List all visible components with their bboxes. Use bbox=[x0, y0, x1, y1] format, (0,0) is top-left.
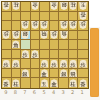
piece-kanji: 桂 bbox=[70, 3, 75, 9]
piece-kanji: 歩 bbox=[32, 22, 37, 28]
board-square[interactable]: 歩 bbox=[31, 21, 41, 31]
board-square[interactable] bbox=[2, 12, 12, 22]
piece-kanji: 玉 bbox=[42, 81, 47, 87]
shogi-piece-歩-bottom[interactable]: 歩 bbox=[2, 60, 10, 68]
piece-kanji: 歩 bbox=[70, 61, 75, 67]
board-square[interactable]: 飛 bbox=[69, 69, 79, 79]
board-square[interactable] bbox=[21, 40, 31, 50]
piece-kanji: 飛 bbox=[42, 31, 47, 37]
shogi-piece-歩-bottom[interactable]: 歩 bbox=[79, 60, 87, 68]
shogi-piece-金-top[interactable]: 金 bbox=[31, 2, 39, 10]
piece-kanji: 歩 bbox=[81, 61, 86, 67]
shogi-piece-香-bottom[interactable]: 香 bbox=[79, 79, 87, 87]
board-square[interactable] bbox=[31, 40, 41, 50]
board-square[interactable]: 飛 bbox=[40, 31, 50, 41]
shogi-app: 香桂金金銀桂玉香歩歩歩歩歩歩歩歩銀飛歩角角歩歩歩歩歩歩歩歩歩銀金銀飛香桂玉金桂香… bbox=[0, 0, 100, 100]
shogi-piece-飛-bottom[interactable]: 飛 bbox=[69, 69, 77, 77]
shogi-piece-香-bottom[interactable]: 香 bbox=[2, 79, 10, 87]
piece-kanji: 香 bbox=[81, 81, 86, 87]
board-square[interactable]: 金 bbox=[40, 69, 50, 79]
board-square[interactable] bbox=[40, 2, 50, 12]
board-square[interactable]: 香 bbox=[78, 12, 88, 22]
board-square[interactable]: 歩 bbox=[2, 59, 12, 69]
piece-kanji: 歩 bbox=[51, 61, 56, 67]
board-square[interactable] bbox=[12, 69, 22, 79]
board-square[interactable]: 金 bbox=[31, 2, 41, 12]
board-square[interactable]: 歩 bbox=[50, 59, 60, 69]
piece-kanji: 角 bbox=[13, 42, 18, 48]
board-square[interactable] bbox=[50, 12, 60, 22]
board-square[interactable]: 金 bbox=[50, 2, 60, 12]
piece-kanji: 歩 bbox=[32, 51, 37, 57]
board-square[interactable]: 角 bbox=[59, 31, 69, 41]
board-square[interactable]: 桂 bbox=[69, 78, 79, 88]
board-square[interactable] bbox=[78, 50, 88, 60]
board-square[interactable]: 香 bbox=[2, 2, 12, 12]
file-label: 8 bbox=[11, 89, 21, 95]
board-square[interactable]: 銀 bbox=[21, 69, 31, 79]
board-square[interactable]: 歩 bbox=[69, 59, 79, 69]
board-square[interactable]: 桂 bbox=[12, 2, 22, 12]
board-square[interactable]: 銀 bbox=[59, 69, 69, 79]
piece-kanji: 玉 bbox=[81, 3, 86, 9]
shogi-piece-玉-top[interactable]: 玉 bbox=[79, 2, 87, 10]
piece-kanji: 金 bbox=[51, 81, 56, 87]
board-square[interactable] bbox=[40, 40, 50, 50]
board-square[interactable]: 玉 bbox=[40, 78, 50, 88]
piece-kanji: 香 bbox=[4, 3, 9, 9]
board-square[interactable] bbox=[21, 78, 31, 88]
board-square[interactable] bbox=[59, 50, 69, 60]
shogi-piece-金-top[interactable]: 金 bbox=[50, 2, 58, 10]
board-square[interactable]: 玉 bbox=[78, 2, 88, 12]
board-square[interactable] bbox=[31, 78, 41, 88]
shogi-piece-歩-bottom[interactable]: 歩 bbox=[69, 60, 77, 68]
file-label: 4 bbox=[49, 89, 59, 95]
shogi-piece-歩-top[interactable]: 歩 bbox=[40, 21, 48, 29]
shogi-piece-歩-bottom[interactable]: 歩 bbox=[21, 50, 29, 58]
file-label: 5 bbox=[39, 89, 49, 95]
board-square[interactable]: 金 bbox=[50, 78, 60, 88]
board-square[interactable]: 歩 bbox=[21, 50, 31, 60]
board-square[interactable]: 銀 bbox=[59, 2, 69, 12]
shogi-piece-金-bottom[interactable]: 金 bbox=[50, 79, 58, 87]
board-square[interactable]: 歩 bbox=[21, 21, 31, 31]
piece-kanji: 歩 bbox=[51, 31, 56, 37]
shogi-piece-歩-bottom[interactable]: 歩 bbox=[50, 60, 58, 68]
piece-kanji: 香 bbox=[81, 12, 86, 18]
board-square[interactable] bbox=[2, 50, 12, 60]
shogi-piece-歩-bottom[interactable]: 歩 bbox=[40, 60, 48, 68]
piece-kanji: 桂 bbox=[13, 3, 18, 9]
board-square[interactable]: 歩 bbox=[12, 31, 22, 41]
shogi-piece-銀-bottom[interactable]: 銀 bbox=[21, 69, 29, 77]
shogi-piece-歩-top[interactable]: 歩 bbox=[50, 31, 58, 39]
piece-kanji: 歩 bbox=[23, 51, 28, 57]
board-square[interactable]: 歩 bbox=[31, 50, 41, 60]
board-square[interactable] bbox=[50, 69, 60, 79]
board-square[interactable] bbox=[2, 40, 12, 50]
shogi-piece-桂-bottom[interactable]: 桂 bbox=[69, 79, 77, 87]
board-square[interactable] bbox=[12, 21, 22, 31]
shogi-piece-歩-top[interactable]: 歩 bbox=[60, 21, 68, 29]
board-square[interactable]: 香 bbox=[78, 78, 88, 88]
piece-kanji: 銀 bbox=[61, 71, 66, 77]
shogi-piece-桂-bottom[interactable]: 桂 bbox=[12, 79, 20, 87]
shogi-board[interactable]: 香桂金金銀桂玉香歩歩歩歩歩歩歩歩銀飛歩角角歩歩歩歩歩歩歩歩歩銀金銀飛香桂玉金桂香 bbox=[1, 1, 89, 89]
board-square[interactable] bbox=[78, 31, 88, 41]
piece-kanji: 金 bbox=[51, 3, 56, 9]
piece-kanji: 桂 bbox=[13, 81, 18, 87]
shogi-piece-歩-top[interactable]: 歩 bbox=[21, 21, 29, 29]
piece-kanji: 歩 bbox=[42, 61, 47, 67]
board-square[interactable]: 歩 bbox=[40, 59, 50, 69]
piece-kanji: 金 bbox=[32, 3, 37, 9]
shogi-piece-歩-top[interactable]: 歩 bbox=[2, 31, 10, 39]
shogi-piece-玉-bottom[interactable]: 玉 bbox=[40, 79, 48, 87]
board-square[interactable] bbox=[69, 40, 79, 50]
shogi-piece-金-bottom[interactable]: 金 bbox=[40, 69, 48, 77]
shogi-piece-香-top[interactable]: 香 bbox=[2, 2, 10, 10]
board-square[interactable] bbox=[69, 31, 79, 41]
board-square[interactable] bbox=[78, 40, 88, 50]
shogi-piece-飛-top[interactable]: 飛 bbox=[40, 31, 48, 39]
shogi-piece-桂-top[interactable]: 桂 bbox=[69, 2, 77, 10]
shogi-piece-歩-bottom[interactable]: 歩 bbox=[12, 60, 20, 68]
board-square[interactable] bbox=[31, 59, 41, 69]
file-label: 6 bbox=[30, 89, 40, 95]
piece-kanji: 飛 bbox=[70, 71, 75, 77]
board-square[interactable]: 歩 bbox=[2, 31, 12, 41]
board-square[interactable] bbox=[21, 2, 31, 12]
board-square[interactable] bbox=[50, 50, 60, 60]
shogi-piece-角-bottom[interactable]: 角 bbox=[12, 40, 20, 48]
board-square[interactable] bbox=[31, 69, 41, 79]
board-square[interactable] bbox=[50, 21, 60, 31]
shogi-piece-桂-top[interactable]: 桂 bbox=[12, 2, 20, 10]
board-square[interactable] bbox=[31, 31, 41, 41]
board-square[interactable] bbox=[12, 12, 22, 22]
board-square[interactable]: 角 bbox=[12, 40, 22, 50]
board-square[interactable]: 歩 bbox=[78, 21, 88, 31]
board-square[interactable]: 歩 bbox=[59, 59, 69, 69]
board-square[interactable]: 桂 bbox=[12, 78, 22, 88]
shogi-piece-銀-bottom[interactable]: 銀 bbox=[60, 69, 68, 77]
shogi-piece-銀-top[interactable]: 銀 bbox=[21, 31, 29, 39]
piece-kanji: 香 bbox=[4, 81, 9, 87]
board-square[interactable]: 香 bbox=[2, 78, 12, 88]
board-square[interactable] bbox=[59, 78, 69, 88]
shogi-piece-歩-top[interactable]: 歩 bbox=[79, 21, 87, 29]
board-square[interactable]: 歩 bbox=[69, 21, 79, 31]
board-square[interactable] bbox=[50, 40, 60, 50]
board-square[interactable]: 銀 bbox=[21, 31, 31, 41]
file-label: 3 bbox=[58, 89, 68, 95]
board-square[interactable] bbox=[31, 12, 41, 22]
board-square[interactable] bbox=[40, 12, 50, 22]
shogi-piece-角-top[interactable]: 角 bbox=[60, 31, 68, 39]
piece-kanji: 銀 bbox=[23, 31, 28, 37]
board-square[interactable]: 歩 bbox=[59, 21, 69, 31]
board-square[interactable]: 歩 bbox=[50, 31, 60, 41]
board-square[interactable] bbox=[21, 59, 31, 69]
file-label: 9 bbox=[1, 89, 11, 95]
piece-kanji: 歩 bbox=[13, 61, 18, 67]
shogi-piece-歩-top[interactable]: 歩 bbox=[69, 21, 77, 29]
shogi-piece-歩-top[interactable]: 歩 bbox=[31, 21, 39, 29]
shogi-piece-歩-bottom[interactable]: 歩 bbox=[60, 60, 68, 68]
piece-kanji: 歩 bbox=[13, 31, 18, 37]
file-labels: 987654321 bbox=[1, 89, 87, 95]
board-square[interactable] bbox=[2, 21, 12, 31]
piece-kanji: 歩 bbox=[61, 61, 66, 67]
piece-kanji: 角 bbox=[61, 31, 66, 37]
board-square[interactable] bbox=[21, 12, 31, 22]
piece-kanji: 銀 bbox=[23, 71, 28, 77]
file-label: 2 bbox=[68, 89, 78, 95]
piece-kanji: 銀 bbox=[61, 3, 66, 9]
piece-kanji: 金 bbox=[42, 71, 47, 77]
piece-kanji: 歩 bbox=[23, 22, 28, 28]
board-square[interactable] bbox=[12, 50, 22, 60]
board-square[interactable] bbox=[78, 69, 88, 79]
piece-kanji: 歩 bbox=[4, 31, 9, 37]
piece-kanji: 桂 bbox=[70, 81, 75, 87]
file-label: 1 bbox=[77, 89, 87, 95]
board-square[interactable] bbox=[69, 12, 79, 22]
shogi-piece-歩-bottom[interactable]: 歩 bbox=[31, 50, 39, 58]
board-square[interactable] bbox=[69, 50, 79, 60]
piece-kanji: 歩 bbox=[70, 22, 75, 28]
board-square[interactable] bbox=[59, 40, 69, 50]
board-square[interactable] bbox=[59, 12, 69, 22]
piece-stand[interactable] bbox=[90, 28, 99, 97]
shogi-piece-香-top[interactable]: 香 bbox=[79, 12, 87, 20]
shogi-piece-歩-top[interactable]: 歩 bbox=[12, 31, 20, 39]
board-square[interactable]: 歩 bbox=[12, 59, 22, 69]
board-square[interactable]: 歩 bbox=[78, 59, 88, 69]
board-square[interactable] bbox=[2, 69, 12, 79]
file-label: 7 bbox=[20, 89, 30, 95]
piece-kanji: 歩 bbox=[61, 22, 66, 28]
board-square[interactable]: 桂 bbox=[69, 2, 79, 12]
board-square[interactable] bbox=[40, 50, 50, 60]
top-right-margin bbox=[89, 0, 100, 27]
piece-kanji: 歩 bbox=[4, 61, 9, 67]
piece-kanji: 歩 bbox=[42, 22, 47, 28]
board-square[interactable]: 歩 bbox=[40, 21, 50, 31]
piece-kanji: 歩 bbox=[81, 22, 86, 28]
shogi-piece-銀-top[interactable]: 銀 bbox=[60, 2, 68, 10]
